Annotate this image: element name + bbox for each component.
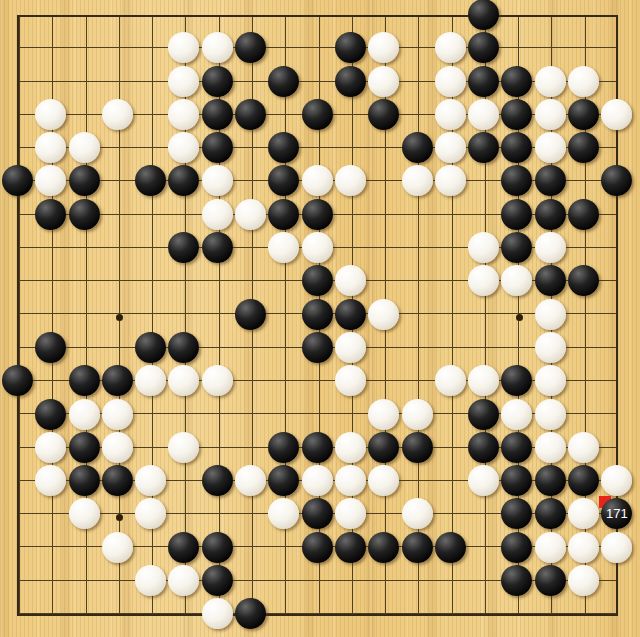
intersection[interactable] — [534, 597, 567, 630]
intersection[interactable] — [500, 398, 533, 431]
intersection[interactable] — [301, 264, 334, 297]
intersection[interactable] — [401, 164, 434, 197]
intersection[interactable] — [34, 0, 67, 31]
black-stone[interactable] — [268, 432, 299, 463]
black-stone[interactable] — [168, 332, 199, 363]
black-stone[interactable] — [468, 66, 499, 97]
intersection[interactable] — [434, 131, 467, 164]
black-stone[interactable] — [69, 432, 100, 463]
intersection[interactable] — [500, 464, 533, 497]
intersection[interactable] — [68, 0, 101, 31]
black-stone[interactable] — [302, 498, 333, 529]
intersection[interactable] — [101, 398, 134, 431]
intersection[interactable] — [167, 597, 200, 630]
intersection[interactable] — [334, 65, 367, 98]
intersection[interactable] — [500, 497, 533, 530]
white-stone[interactable] — [402, 165, 433, 196]
intersection[interactable] — [267, 497, 300, 530]
intersection[interactable] — [1, 98, 34, 131]
black-stone[interactable] — [168, 532, 199, 563]
intersection[interactable] — [534, 331, 567, 364]
intersection[interactable] — [434, 331, 467, 364]
intersection[interactable] — [401, 531, 434, 564]
intersection[interactable] — [434, 98, 467, 131]
white-stone[interactable] — [535, 432, 566, 463]
black-stone[interactable] — [535, 165, 566, 196]
intersection[interactable] — [301, 531, 334, 564]
intersection[interactable] — [101, 131, 134, 164]
white-stone[interactable] — [168, 66, 199, 97]
intersection[interactable] — [434, 264, 467, 297]
intersection[interactable] — [1, 298, 34, 331]
intersection[interactable] — [134, 0, 167, 31]
white-stone[interactable] — [435, 132, 466, 163]
intersection[interactable] — [334, 497, 367, 530]
intersection[interactable] — [500, 65, 533, 98]
white-stone[interactable] — [368, 299, 399, 330]
white-stone[interactable] — [168, 132, 199, 163]
intersection[interactable] — [267, 264, 300, 297]
intersection[interactable] — [234, 597, 267, 630]
intersection[interactable] — [600, 231, 633, 264]
intersection[interactable] — [367, 364, 400, 397]
intersection[interactable] — [434, 31, 467, 64]
intersection[interactable] — [467, 131, 500, 164]
intersection[interactable] — [434, 65, 467, 98]
intersection[interactable] — [134, 131, 167, 164]
intersection[interactable] — [401, 131, 434, 164]
black-stone[interactable] — [168, 165, 199, 196]
intersection[interactable] — [600, 98, 633, 131]
intersection[interactable] — [434, 464, 467, 497]
white-stone[interactable] — [568, 66, 599, 97]
intersection[interactable] — [600, 198, 633, 231]
white-stone[interactable] — [135, 365, 166, 396]
intersection[interactable] — [534, 0, 567, 31]
intersection[interactable] — [301, 431, 334, 464]
intersection[interactable] — [34, 264, 67, 297]
intersection[interactable] — [101, 564, 134, 597]
white-stone[interactable] — [35, 99, 66, 130]
intersection[interactable] — [567, 264, 600, 297]
intersection[interactable] — [234, 264, 267, 297]
white-stone[interactable] — [435, 365, 466, 396]
intersection[interactable] — [500, 431, 533, 464]
intersection[interactable] — [1, 464, 34, 497]
intersection[interactable] — [301, 597, 334, 630]
intersection[interactable] — [467, 164, 500, 197]
white-stone[interactable] — [202, 598, 233, 629]
intersection[interactable] — [234, 398, 267, 431]
intersection[interactable] — [401, 264, 434, 297]
intersection[interactable] — [467, 564, 500, 597]
intersection[interactable] — [234, 431, 267, 464]
intersection[interactable] — [434, 398, 467, 431]
intersection[interactable] — [68, 164, 101, 197]
intersection[interactable] — [367, 398, 400, 431]
black-stone[interactable] — [402, 432, 433, 463]
intersection[interactable] — [34, 164, 67, 197]
intersection[interactable] — [267, 364, 300, 397]
intersection[interactable] — [167, 531, 200, 564]
white-stone[interactable] — [168, 565, 199, 596]
intersection[interactable] — [134, 364, 167, 397]
black-stone[interactable] — [202, 465, 233, 496]
black-stone[interactable] — [268, 465, 299, 496]
intersection[interactable] — [101, 98, 134, 131]
black-stone[interactable] — [501, 565, 532, 596]
intersection[interactable] — [367, 0, 400, 31]
intersection[interactable] — [500, 0, 533, 31]
white-stone[interactable] — [501, 399, 532, 430]
intersection[interactable] — [567, 398, 600, 431]
intersection[interactable] — [134, 331, 167, 364]
intersection[interactable] — [401, 0, 434, 31]
black-stone[interactable] — [268, 66, 299, 97]
intersection[interactable] — [367, 331, 400, 364]
black-stone[interactable] — [601, 165, 632, 196]
intersection[interactable] — [401, 65, 434, 98]
intersection[interactable] — [467, 364, 500, 397]
intersection[interactable] — [234, 231, 267, 264]
intersection[interactable] — [567, 131, 600, 164]
intersection[interactable] — [301, 464, 334, 497]
intersection[interactable] — [167, 98, 200, 131]
intersection[interactable] — [434, 531, 467, 564]
black-stone[interactable] — [535, 265, 566, 296]
intersection[interactable] — [334, 464, 367, 497]
black-stone[interactable] — [135, 332, 166, 363]
intersection[interactable] — [367, 497, 400, 530]
intersection[interactable] — [301, 564, 334, 597]
intersection[interactable] — [201, 98, 234, 131]
intersection[interactable] — [134, 497, 167, 530]
white-stone[interactable] — [368, 465, 399, 496]
intersection[interactable] — [167, 198, 200, 231]
black-stone[interactable] — [69, 199, 100, 230]
intersection[interactable] — [201, 264, 234, 297]
intersection[interactable] — [267, 531, 300, 564]
intersection[interactable] — [434, 364, 467, 397]
black-stone[interactable] — [302, 299, 333, 330]
intersection[interactable] — [68, 564, 101, 597]
black-stone[interactable] — [468, 32, 499, 63]
white-stone[interactable] — [435, 32, 466, 63]
intersection[interactable] — [167, 464, 200, 497]
white-stone[interactable] — [235, 465, 266, 496]
black-stone[interactable] — [501, 365, 532, 396]
black-stone[interactable] — [235, 99, 266, 130]
intersection[interactable] — [101, 597, 134, 630]
intersection[interactable] — [167, 164, 200, 197]
intersection[interactable] — [134, 98, 167, 131]
intersection[interactable] — [500, 231, 533, 264]
black-stone[interactable] — [535, 565, 566, 596]
intersection[interactable] — [367, 564, 400, 597]
intersection[interactable] — [1, 497, 34, 530]
intersection[interactable] — [201, 65, 234, 98]
intersection[interactable] — [167, 298, 200, 331]
intersection[interactable] — [234, 0, 267, 31]
intersection[interactable] — [68, 464, 101, 497]
intersection[interactable] — [301, 231, 334, 264]
intersection[interactable] — [534, 298, 567, 331]
black-stone[interactable] — [535, 465, 566, 496]
intersection[interactable] — [367, 131, 400, 164]
intersection[interactable] — [367, 98, 400, 131]
intersection[interactable] — [301, 364, 334, 397]
black-stone[interactable] — [35, 199, 66, 230]
black-stone[interactable] — [501, 132, 532, 163]
intersection[interactable] — [500, 131, 533, 164]
intersection[interactable] — [234, 98, 267, 131]
intersection[interactable] — [267, 231, 300, 264]
white-stone[interactable] — [535, 399, 566, 430]
intersection[interactable] — [367, 531, 400, 564]
black-stone[interactable] — [568, 265, 599, 296]
intersection[interactable] — [201, 298, 234, 331]
intersection[interactable] — [68, 131, 101, 164]
white-stone[interactable] — [69, 132, 100, 163]
intersection[interactable] — [301, 331, 334, 364]
intersection[interactable] — [301, 65, 334, 98]
intersection[interactable] — [68, 298, 101, 331]
white-stone[interactable] — [568, 565, 599, 596]
black-stone[interactable] — [501, 465, 532, 496]
intersection[interactable] — [167, 331, 200, 364]
black-stone[interactable] — [501, 498, 532, 529]
intersection[interactable] — [201, 331, 234, 364]
intersection[interactable] — [434, 497, 467, 530]
intersection[interactable] — [500, 164, 533, 197]
intersection[interactable] — [534, 98, 567, 131]
intersection[interactable] — [1, 531, 34, 564]
intersection[interactable] — [234, 331, 267, 364]
intersection[interactable] — [34, 364, 67, 397]
intersection[interactable] — [301, 98, 334, 131]
black-stone[interactable] — [302, 99, 333, 130]
intersection[interactable] — [134, 398, 167, 431]
white-stone[interactable] — [335, 265, 366, 296]
intersection[interactable] — [600, 597, 633, 630]
intersection[interactable] — [434, 198, 467, 231]
black-stone[interactable] — [35, 332, 66, 363]
white-stone[interactable] — [535, 99, 566, 130]
intersection[interactable] — [567, 431, 600, 464]
intersection[interactable] — [167, 497, 200, 530]
intersection[interactable] — [467, 597, 500, 630]
intersection[interactable] — [600, 0, 633, 31]
intersection[interactable] — [1, 364, 34, 397]
black-stone[interactable] — [235, 299, 266, 330]
intersection[interactable] — [467, 264, 500, 297]
intersection[interactable] — [567, 364, 600, 397]
intersection[interactable] — [467, 431, 500, 464]
white-stone[interactable] — [102, 399, 133, 430]
white-stone[interactable] — [468, 465, 499, 496]
white-stone[interactable] — [235, 199, 266, 230]
intersection[interactable] — [534, 131, 567, 164]
black-stone[interactable] — [202, 565, 233, 596]
intersection[interactable] — [167, 0, 200, 31]
white-stone[interactable] — [335, 332, 366, 363]
intersection[interactable] — [301, 497, 334, 530]
black-stone[interactable] — [302, 332, 333, 363]
black-stone[interactable] — [535, 498, 566, 529]
black-stone[interactable] — [102, 465, 133, 496]
black-stone[interactable] — [501, 532, 532, 563]
intersection[interactable] — [267, 198, 300, 231]
intersection[interactable] — [334, 564, 367, 597]
white-stone[interactable] — [202, 199, 233, 230]
black-stone[interactable] — [235, 32, 266, 63]
white-stone[interactable] — [402, 498, 433, 529]
black-stone[interactable] — [435, 532, 466, 563]
white-stone[interactable] — [568, 432, 599, 463]
intersection[interactable] — [1, 398, 34, 431]
intersection[interactable] — [534, 264, 567, 297]
white-stone[interactable] — [168, 432, 199, 463]
white-stone[interactable] — [601, 99, 632, 130]
intersection[interactable] — [567, 531, 600, 564]
intersection[interactable] — [1, 264, 34, 297]
black-stone[interactable] — [135, 165, 166, 196]
intersection[interactable] — [434, 231, 467, 264]
intersection[interactable] — [134, 31, 167, 64]
black-stone[interactable] — [335, 32, 366, 63]
black-stone[interactable] — [335, 532, 366, 563]
intersection[interactable] — [234, 364, 267, 397]
black-stone[interactable] — [302, 532, 333, 563]
intersection[interactable] — [534, 564, 567, 597]
white-stone[interactable] — [535, 365, 566, 396]
intersection[interactable] — [68, 98, 101, 131]
intersection[interactable] — [334, 131, 367, 164]
white-stone[interactable] — [601, 465, 632, 496]
intersection[interactable] — [234, 464, 267, 497]
black-stone[interactable] — [202, 532, 233, 563]
black-stone[interactable] — [302, 199, 333, 230]
intersection[interactable] — [334, 164, 367, 197]
intersection[interactable] — [334, 597, 367, 630]
intersection[interactable] — [34, 564, 67, 597]
intersection[interactable] — [534, 65, 567, 98]
intersection[interactable] — [234, 298, 267, 331]
intersection[interactable] — [367, 464, 400, 497]
intersection[interactable] — [267, 431, 300, 464]
intersection[interactable] — [34, 497, 67, 530]
white-stone[interactable] — [535, 532, 566, 563]
black-stone[interactable] — [235, 598, 266, 629]
intersection[interactable] — [1, 65, 34, 98]
intersection[interactable] — [434, 431, 467, 464]
white-stone[interactable] — [102, 432, 133, 463]
intersection[interactable] — [34, 464, 67, 497]
white-stone[interactable] — [302, 232, 333, 263]
intersection[interactable] — [567, 564, 600, 597]
black-stone[interactable] — [501, 432, 532, 463]
white-stone[interactable] — [435, 66, 466, 97]
intersection[interactable] — [500, 564, 533, 597]
intersection[interactable] — [267, 98, 300, 131]
intersection[interactable] — [201, 364, 234, 397]
intersection[interactable] — [467, 31, 500, 64]
intersection[interactable] — [367, 31, 400, 64]
white-stone[interactable] — [535, 132, 566, 163]
black-stone[interactable] — [202, 232, 233, 263]
intersection[interactable] — [401, 98, 434, 131]
intersection[interactable] — [34, 131, 67, 164]
intersection[interactable] — [267, 464, 300, 497]
intersection[interactable] — [301, 398, 334, 431]
white-stone[interactable] — [168, 32, 199, 63]
intersection[interactable] — [267, 331, 300, 364]
black-stone[interactable] — [35, 399, 66, 430]
intersection[interactable] — [267, 164, 300, 197]
intersection[interactable] — [467, 398, 500, 431]
intersection[interactable] — [567, 597, 600, 630]
intersection[interactable] — [334, 531, 367, 564]
intersection[interactable] — [600, 164, 633, 197]
intersection[interactable] — [201, 531, 234, 564]
black-stone[interactable] — [302, 432, 333, 463]
white-stone[interactable] — [335, 498, 366, 529]
intersection[interactable] — [167, 431, 200, 464]
white-stone[interactable] — [368, 399, 399, 430]
intersection[interactable] — [334, 98, 367, 131]
intersection[interactable] — [334, 398, 367, 431]
black-stone[interactable] — [501, 66, 532, 97]
intersection[interactable] — [534, 531, 567, 564]
intersection[interactable] — [500, 31, 533, 64]
white-stone[interactable] — [501, 265, 532, 296]
intersection[interactable] — [234, 531, 267, 564]
intersection[interactable] — [534, 464, 567, 497]
intersection[interactable] — [467, 531, 500, 564]
white-stone[interactable] — [535, 299, 566, 330]
intersection[interactable] — [34, 431, 67, 464]
intersection[interactable] — [134, 564, 167, 597]
black-stone[interactable] — [535, 199, 566, 230]
intersection[interactable] — [434, 164, 467, 197]
intersection[interactable] — [301, 198, 334, 231]
intersection[interactable] — [467, 298, 500, 331]
intersection[interactable] — [267, 31, 300, 64]
intersection[interactable] — [401, 298, 434, 331]
intersection[interactable] — [34, 65, 67, 98]
intersection[interactable] — [101, 0, 134, 31]
intersection[interactable] — [567, 31, 600, 64]
intersection[interactable] — [68, 531, 101, 564]
white-stone[interactable] — [135, 565, 166, 596]
intersection[interactable] — [101, 497, 134, 530]
black-stone[interactable] — [302, 265, 333, 296]
intersection[interactable] — [201, 564, 234, 597]
intersection[interactable] — [201, 398, 234, 431]
intersection[interactable] — [234, 164, 267, 197]
black-stone[interactable] — [2, 365, 33, 396]
intersection[interactable] — [234, 564, 267, 597]
intersection[interactable] — [101, 164, 134, 197]
intersection[interactable] — [534, 431, 567, 464]
intersection[interactable] — [600, 131, 633, 164]
white-stone[interactable] — [435, 99, 466, 130]
intersection[interactable] — [567, 65, 600, 98]
black-stone[interactable] — [468, 432, 499, 463]
white-stone[interactable] — [35, 432, 66, 463]
intersection[interactable] — [334, 31, 367, 64]
intersection[interactable] — [401, 497, 434, 530]
